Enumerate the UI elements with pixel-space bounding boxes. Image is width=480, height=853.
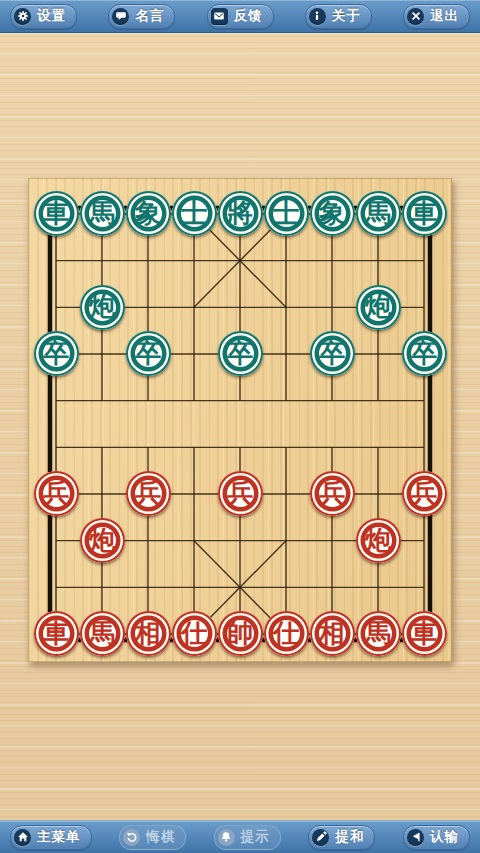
board-point[interactable]: [125, 564, 171, 611]
board-point[interactable]: [217, 377, 263, 424]
board-point[interactable]: 兵: [217, 471, 263, 518]
piece-red-soldier[interactable]: 兵: [402, 471, 447, 516]
piece-red-soldier[interactable]: 兵: [310, 471, 355, 516]
piece-red-advisor[interactable]: 仕: [172, 611, 217, 656]
undo-icon: [123, 829, 140, 846]
home-icon: [14, 829, 31, 846]
board-point[interactable]: [33, 237, 79, 284]
piece-black-advisor[interactable]: 士: [172, 191, 217, 236]
main-menu-button[interactable]: 主菜单: [10, 825, 92, 850]
resign-button[interactable]: 认输: [403, 825, 470, 850]
board-point[interactable]: 象: [125, 191, 171, 238]
offer-draw-label: 提和: [335, 828, 364, 846]
piece-red-soldier[interactable]: 兵: [34, 471, 79, 516]
board-point[interactable]: 馬: [79, 611, 125, 658]
board-point[interactable]: [309, 377, 355, 424]
board-point[interactable]: [309, 517, 355, 564]
board-point[interactable]: [125, 377, 171, 424]
board-point[interactable]: [309, 564, 355, 611]
board-point[interactable]: [125, 424, 171, 471]
piece-red-chariot[interactable]: 車: [402, 611, 447, 656]
piece-black-horse[interactable]: 馬: [356, 191, 401, 236]
board-point[interactable]: [263, 237, 309, 284]
piece-black-soldier[interactable]: 卒: [310, 331, 355, 376]
about-button[interactable]: 关于: [305, 4, 372, 29]
board-point[interactable]: 馬: [79, 191, 125, 238]
exit-button[interactable]: 退出: [403, 4, 470, 29]
board-point[interactable]: 士: [171, 191, 217, 238]
bottom-toolbar: 主菜单 悔棋 提示 提和 认输: [0, 820, 480, 853]
xiangqi-board[interactable]: 車馬象士將士象馬車炮炮卒卒卒卒卒兵兵兵兵兵炮炮車馬相仕帥仕相馬車: [28, 178, 452, 662]
board-point[interactable]: [355, 237, 401, 284]
board-point[interactable]: [171, 564, 217, 611]
gear-icon: [14, 8, 31, 25]
board-point[interactable]: [33, 517, 79, 564]
piece-red-horse[interactable]: 馬: [80, 611, 125, 656]
board-point[interactable]: 卒: [309, 331, 355, 378]
piece-red-cannon[interactable]: 炮: [356, 518, 401, 563]
board-point[interactable]: [355, 377, 401, 424]
board-point[interactable]: 車: [33, 191, 79, 238]
board-point[interactable]: 卒: [33, 331, 79, 378]
top-toolbar: 设置 名言 反馈 关于 退出: [0, 0, 480, 33]
board-point[interactable]: [79, 237, 125, 284]
board-point[interactable]: 炮: [355, 284, 401, 331]
board-point[interactable]: 相: [309, 611, 355, 658]
board-point[interactable]: [401, 564, 447, 611]
piece-red-soldier[interactable]: 兵: [126, 471, 171, 516]
board-point[interactable]: [171, 331, 217, 378]
info-icon: [309, 8, 326, 25]
board-point[interactable]: [79, 377, 125, 424]
board-point[interactable]: 卒: [401, 331, 447, 378]
board-points: 車馬象士將士象馬車炮炮卒卒卒卒卒兵兵兵兵兵炮炮車馬相仕帥仕相馬車: [33, 191, 447, 658]
piece-black-chariot[interactable]: 車: [34, 191, 79, 236]
piece-red-advisor[interactable]: 仕: [264, 611, 309, 656]
piece-black-chariot[interactable]: 車: [402, 191, 447, 236]
board-point[interactable]: 車: [401, 611, 447, 658]
board-point[interactable]: 相: [125, 611, 171, 658]
board-point[interactable]: [355, 471, 401, 518]
board-point[interactable]: 炮: [79, 517, 125, 564]
resign-label: 认输: [430, 828, 459, 846]
board-point[interactable]: [79, 424, 125, 471]
board-point[interactable]: [263, 284, 309, 331]
board-point[interactable]: [263, 517, 309, 564]
bell-icon: [218, 829, 235, 846]
board-point[interactable]: [217, 284, 263, 331]
feedback-button[interactable]: 反馈: [207, 4, 274, 29]
board-point[interactable]: [125, 517, 171, 564]
piece-red-soldier[interactable]: 兵: [218, 471, 263, 516]
piece-black-soldier[interactable]: 卒: [402, 331, 447, 376]
board-point[interactable]: [79, 564, 125, 611]
piece-black-cannon[interactable]: 炮: [80, 285, 125, 330]
piece-black-elephant[interactable]: 象: [310, 191, 355, 236]
board-point[interactable]: 仕: [263, 611, 309, 658]
piece-red-chariot[interactable]: 車: [34, 611, 79, 656]
board-point[interactable]: [171, 237, 217, 284]
board-point[interactable]: [263, 564, 309, 611]
flag-icon: [407, 829, 424, 846]
board-point[interactable]: 將: [217, 191, 263, 238]
board-point[interactable]: [33, 564, 79, 611]
hint-label: 提示: [241, 828, 270, 846]
piece-red-horse[interactable]: 馬: [356, 611, 401, 656]
envelope-icon: [211, 8, 228, 25]
board-point[interactable]: 炮: [79, 284, 125, 331]
board-point[interactable]: [401, 284, 447, 331]
board-point[interactable]: [171, 424, 217, 471]
quotes-label: 名言: [135, 7, 164, 25]
board-point[interactable]: 馬: [355, 191, 401, 238]
board-point[interactable]: 炮: [355, 517, 401, 564]
board-point[interactable]: [401, 377, 447, 424]
piece-black-horse[interactable]: 馬: [80, 191, 125, 236]
exit-label: 退出: [430, 7, 459, 25]
board-point[interactable]: 卒: [125, 331, 171, 378]
board-point[interactable]: [355, 564, 401, 611]
offer-draw-button[interactable]: 提和: [308, 825, 375, 850]
board-point[interactable]: 帥: [217, 611, 263, 658]
board-point[interactable]: 卒: [217, 331, 263, 378]
board-point[interactable]: 象: [309, 191, 355, 238]
board-point[interactable]: [217, 517, 263, 564]
board-point[interactable]: [217, 237, 263, 284]
undo-move-label: 悔棋: [146, 828, 175, 846]
settings-label: 设置: [37, 7, 66, 25]
piece-black-general[interactable]: 將: [218, 191, 263, 236]
board-point[interactable]: [309, 284, 355, 331]
board-point[interactable]: [401, 237, 447, 284]
board-point[interactable]: [401, 424, 447, 471]
board-point[interactable]: [33, 284, 79, 331]
board-point[interactable]: [309, 237, 355, 284]
board-point[interactable]: [33, 424, 79, 471]
board-point[interactable]: 士: [263, 191, 309, 238]
pencil-icon: [312, 829, 329, 846]
board-point[interactable]: 仕: [171, 611, 217, 658]
board-point[interactable]: [79, 471, 125, 518]
piece-red-elephant[interactable]: 相: [126, 611, 171, 656]
piece-black-soldier[interactable]: 卒: [34, 331, 79, 376]
board-point[interactable]: [355, 331, 401, 378]
board-point[interactable]: [171, 377, 217, 424]
main-menu-label: 主菜单: [37, 828, 81, 846]
board-point[interactable]: 車: [401, 191, 447, 238]
board-point[interactable]: [263, 331, 309, 378]
board-point[interactable]: [217, 424, 263, 471]
close-icon: [407, 8, 424, 25]
board-point[interactable]: [125, 237, 171, 284]
piece-red-general[interactable]: 帥: [218, 611, 263, 656]
board-point[interactable]: [263, 471, 309, 518]
board-point[interactable]: [33, 377, 79, 424]
board-point[interactable]: [217, 564, 263, 611]
piece-black-elephant[interactable]: 象: [126, 191, 171, 236]
piece-red-cannon[interactable]: 炮: [80, 518, 125, 563]
board-point[interactable]: [171, 517, 217, 564]
board-point[interactable]: 兵: [33, 471, 79, 518]
board-point[interactable]: [79, 331, 125, 378]
board-point[interactable]: 兵: [309, 471, 355, 518]
piece-black-cannon[interactable]: 炮: [356, 285, 401, 330]
board-point[interactable]: [309, 424, 355, 471]
piece-red-elephant[interactable]: 相: [310, 611, 355, 656]
piece-black-soldier[interactable]: 卒: [126, 331, 171, 376]
board-point[interactable]: [263, 424, 309, 471]
board-point[interactable]: [171, 284, 217, 331]
board-point[interactable]: [263, 377, 309, 424]
about-label: 关于: [332, 7, 361, 25]
piece-black-advisor[interactable]: 士: [264, 191, 309, 236]
quotes-button[interactable]: 名言: [108, 4, 175, 29]
board-point[interactable]: 兵: [125, 471, 171, 518]
speech-bubble-icon: [112, 8, 129, 25]
board-point[interactable]: [171, 471, 217, 518]
app-screen: 设置 名言 反馈 关于 退出 車馬象士將: [0, 0, 480, 853]
piece-black-soldier[interactable]: 卒: [218, 331, 263, 376]
board-point[interactable]: [355, 424, 401, 471]
hint-button[interactable]: 提示: [214, 825, 281, 850]
board-point[interactable]: [125, 284, 171, 331]
board-point[interactable]: [401, 517, 447, 564]
board-point[interactable]: 車: [33, 611, 79, 658]
settings-button[interactable]: 设置: [10, 4, 77, 29]
board-point[interactable]: 馬: [355, 611, 401, 658]
undo-move-button[interactable]: 悔棋: [119, 825, 186, 850]
feedback-label: 反馈: [234, 7, 263, 25]
board-point[interactable]: 兵: [401, 471, 447, 518]
